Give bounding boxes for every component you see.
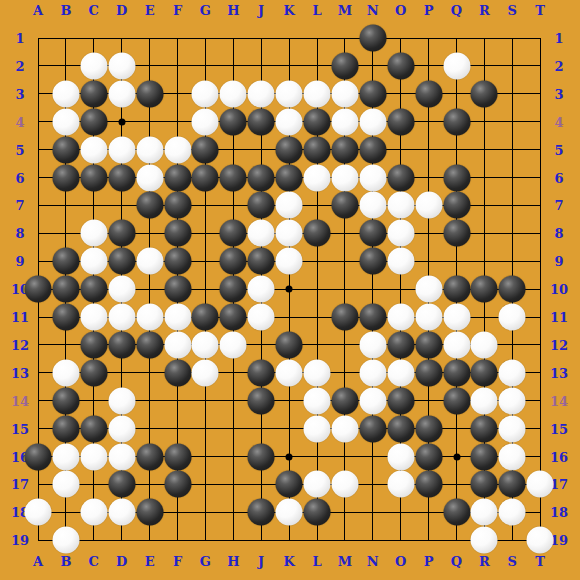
row-label-right: 2 [554,58,563,73]
row-label-right: 4 [554,114,563,129]
column-label-top: N [367,3,379,18]
stone-black[interactable] [192,164,219,191]
column-label-bottom: M [338,554,352,569]
stone-black[interactable] [471,80,498,107]
row-label-right: 8 [554,226,563,241]
stone-white[interactable] [387,471,414,498]
stone-black[interactable] [415,359,442,386]
column-label-bottom: P [424,554,434,569]
stone-black[interactable] [108,331,135,358]
stone-black[interactable] [387,108,414,135]
stone-black[interactable] [108,471,135,498]
row-label-left: 15 [11,421,29,436]
row-label-right: 10 [550,282,568,297]
stone-white[interactable] [499,443,526,470]
stone-white[interactable] [359,359,386,386]
row-label-right: 13 [550,365,568,380]
column-label-bottom: L [312,554,321,569]
stone-white[interactable] [499,304,526,331]
column-label-bottom: R [479,554,490,569]
column-label-bottom: B [60,554,71,569]
row-label-left: 2 [15,58,24,73]
stone-black[interactable] [443,220,470,247]
stone-black[interactable] [164,443,191,470]
stone-white[interactable] [80,248,107,275]
stone-black[interactable] [220,220,247,247]
stone-white[interactable] [499,499,526,526]
row-label-right: 1 [554,31,563,46]
stone-black[interactable] [276,164,303,191]
stone-white[interactable] [415,276,442,303]
stone-black[interactable] [220,276,247,303]
stone-white[interactable] [304,471,331,498]
stone-black[interactable] [136,80,163,107]
stone-white[interactable] [80,443,107,470]
stone-white[interactable] [331,108,358,135]
stone-white[interactable] [276,108,303,135]
stone-black[interactable] [359,136,386,163]
stone-black[interactable] [248,359,275,386]
stone-black[interactable] [52,136,79,163]
row-label-left: 3 [15,86,24,101]
stone-black[interactable] [164,164,191,191]
column-label-top: J [258,3,264,18]
stone-white[interactable] [471,499,498,526]
stone-black[interactable] [52,164,79,191]
stone-black[interactable] [471,471,498,498]
stone-white[interactable] [331,415,358,442]
stone-white[interactable] [248,80,275,107]
stone-black[interactable] [276,471,303,498]
stone-white[interactable] [471,527,498,554]
stone-black[interactable] [220,108,247,135]
stone-black[interactable] [359,415,386,442]
column-label-top: L [312,3,321,18]
stone-white[interactable] [499,415,526,442]
stone-white[interactable] [359,387,386,414]
stone-white[interactable] [276,248,303,275]
stone-black[interactable] [192,304,219,331]
stone-white[interactable] [276,192,303,219]
column-label-bottom: N [367,554,379,569]
stone-white[interactable] [80,136,107,163]
stone-black[interactable] [164,248,191,275]
stone-white[interactable] [331,164,358,191]
stone-white[interactable] [415,192,442,219]
stone-white[interactable] [304,164,331,191]
stone-white[interactable] [25,499,52,526]
stone-white[interactable] [108,80,135,107]
row-label-left: 14 [11,393,29,408]
stone-black[interactable] [471,443,498,470]
stone-black[interactable] [136,192,163,219]
stone-black[interactable] [499,276,526,303]
stone-white[interactable] [471,331,498,358]
column-label-top: O [395,3,406,18]
stone-black[interactable] [220,304,247,331]
stone-black[interactable] [304,136,331,163]
stone-black[interactable] [52,387,79,414]
stone-black[interactable] [220,164,247,191]
stone-white[interactable] [359,108,386,135]
stone-black[interactable] [248,164,275,191]
row-label-right: 14 [550,393,568,408]
row-label-left: 19 [11,533,29,548]
stone-black[interactable] [415,80,442,107]
stone-black[interactable] [136,331,163,358]
stone-black[interactable] [331,304,358,331]
column-label-top: A [33,3,43,18]
stone-black[interactable] [443,499,470,526]
stone-white[interactable] [387,220,414,247]
stone-black[interactable] [80,108,107,135]
stone-white[interactable] [220,331,247,358]
stone-white[interactable] [304,387,331,414]
column-label-top: M [338,3,352,18]
row-label-left: 6 [15,170,24,185]
star-point [118,118,125,125]
stone-black[interactable] [359,220,386,247]
stone-white[interactable] [443,304,470,331]
stone-white[interactable] [80,304,107,331]
stone-black[interactable] [248,499,275,526]
stone-white[interactable] [387,443,414,470]
stone-white[interactable] [164,331,191,358]
stone-black[interactable] [248,248,275,275]
stone-black[interactable] [331,387,358,414]
column-label-bottom: Q [451,554,462,569]
stone-white[interactable] [136,164,163,191]
row-label-left: 12 [11,337,29,352]
stone-black[interactable] [52,276,79,303]
stone-white[interactable] [52,527,79,554]
stone-white[interactable] [108,304,135,331]
column-label-bottom: H [227,554,239,569]
stone-white[interactable] [80,52,107,79]
stone-black[interactable] [387,331,414,358]
column-label-top: S [508,3,517,18]
column-label-top: T [535,3,545,18]
stone-black[interactable] [331,192,358,219]
row-label-left: 17 [11,477,29,492]
stone-white[interactable] [108,443,135,470]
stone-black[interactable] [52,248,79,275]
stone-white[interactable] [443,331,470,358]
stone-black[interactable] [415,471,442,498]
stone-black[interactable] [471,276,498,303]
stone-white[interactable] [499,387,526,414]
column-label-bottom: J [258,554,264,569]
stone-white[interactable] [108,415,135,442]
stone-black[interactable] [359,25,386,52]
column-label-top: R [479,3,490,18]
stone-black[interactable] [443,192,470,219]
stone-white[interactable] [359,331,386,358]
stone-black[interactable] [80,80,107,107]
stone-black[interactable] [52,415,79,442]
stone-black[interactable] [331,136,358,163]
stone-white[interactable] [164,136,191,163]
stone-black[interactable] [164,471,191,498]
row-label-right: 12 [550,337,568,352]
stone-black[interactable] [415,331,442,358]
stone-white[interactable] [164,304,191,331]
stone-black[interactable] [52,304,79,331]
stone-black[interactable] [387,164,414,191]
stone-black[interactable] [108,164,135,191]
stone-black[interactable] [80,276,107,303]
stone-black[interactable] [359,304,386,331]
row-label-right: 18 [550,505,568,520]
row-label-right: 7 [554,198,563,213]
row-label-right: 3 [554,86,563,101]
column-label-top: F [173,3,182,18]
stone-white[interactable] [52,471,79,498]
stone-black[interactable] [415,415,442,442]
stone-white[interactable] [108,499,135,526]
stone-white[interactable] [220,80,247,107]
stone-white[interactable] [80,499,107,526]
column-label-bottom: G [200,554,211,569]
column-label-bottom: E [145,554,155,569]
stone-black[interactable] [25,443,52,470]
column-label-bottom: C [89,554,99,569]
stone-white[interactable] [192,108,219,135]
stone-black[interactable] [443,108,470,135]
row-label-right: 16 [550,449,568,464]
column-label-bottom: O [395,554,406,569]
stone-white[interactable] [387,248,414,275]
stone-white[interactable] [80,220,107,247]
go-board: AABBCCDDEEFFGGHHJJKKLLMMNNOOPPQQRRSSTT11… [0,0,580,580]
stone-white[interactable] [276,499,303,526]
stone-white[interactable] [276,80,303,107]
stone-black[interactable] [248,192,275,219]
star-point [286,453,293,460]
stone-white[interactable] [527,471,554,498]
row-label-right: 15 [550,421,568,436]
stone-white[interactable] [136,136,163,163]
column-label-bottom: D [116,554,127,569]
row-label-left: 8 [15,226,24,241]
stone-white[interactable] [108,276,135,303]
stone-black[interactable] [136,499,163,526]
stone-white[interactable] [108,387,135,414]
stone-black[interactable] [499,471,526,498]
row-label-left: 13 [11,365,29,380]
stone-black[interactable] [220,248,247,275]
stone-white[interactable] [136,248,163,275]
stone-white[interactable] [387,359,414,386]
stone-white[interactable] [108,136,135,163]
stone-black[interactable] [164,192,191,219]
stone-black[interactable] [304,220,331,247]
stone-white[interactable] [443,52,470,79]
row-label-left: 11 [11,310,29,325]
column-label-bottom: S [508,554,517,569]
stone-white[interactable] [192,80,219,107]
stone-black[interactable] [108,220,135,247]
row-label-right: 5 [554,142,563,157]
stone-black[interactable] [443,387,470,414]
stone-black[interactable] [387,415,414,442]
column-label-top: G [200,3,211,18]
column-label-top: D [116,3,127,18]
stone-black[interactable] [25,276,52,303]
column-label-bottom: A [33,554,43,569]
stone-white[interactable] [387,304,414,331]
stone-black[interactable] [192,136,219,163]
stone-white[interactable] [331,80,358,107]
stone-white[interactable] [359,192,386,219]
stone-white[interactable] [359,164,386,191]
stone-white[interactable] [248,304,275,331]
grid-line-vertical [540,38,541,541]
stone-black[interactable] [415,443,442,470]
stone-black[interactable] [276,331,303,358]
stone-white[interactable] [108,52,135,79]
column-label-bottom: T [535,554,545,569]
stone-black[interactable] [471,415,498,442]
row-label-left: 4 [15,114,24,129]
stone-black[interactable] [80,359,107,386]
star-point [286,286,293,293]
column-label-top: H [227,3,239,18]
stone-black[interactable] [443,276,470,303]
stone-black[interactable] [359,248,386,275]
stone-black[interactable] [304,499,331,526]
stone-white[interactable] [276,220,303,247]
stone-white[interactable] [248,276,275,303]
stone-white[interactable] [276,359,303,386]
row-label-right: 11 [550,310,568,325]
stone-black[interactable] [276,136,303,163]
stone-black[interactable] [164,276,191,303]
stone-black[interactable] [387,387,414,414]
column-label-bottom: K [283,554,294,569]
stone-white[interactable] [415,304,442,331]
stone-black[interactable] [164,359,191,386]
stone-white[interactable] [52,359,79,386]
column-label-bottom: F [173,554,182,569]
stone-white[interactable] [387,192,414,219]
stone-white[interactable] [192,359,219,386]
stone-black[interactable] [80,331,107,358]
stone-white[interactable] [499,359,526,386]
stone-black[interactable] [471,359,498,386]
stone-black[interactable] [136,443,163,470]
column-label-top: P [424,3,434,18]
stone-white[interactable] [304,415,331,442]
stone-black[interactable] [80,415,107,442]
stone-black[interactable] [248,387,275,414]
stone-black[interactable] [387,52,414,79]
stone-white[interactable] [527,527,554,554]
stone-black[interactable] [248,443,275,470]
row-label-left: 9 [15,254,24,269]
stone-white[interactable] [136,304,163,331]
column-label-top: E [145,3,155,18]
stone-black[interactable] [164,220,191,247]
stone-white[interactable] [304,359,331,386]
stone-white[interactable] [331,471,358,498]
stone-black[interactable] [331,52,358,79]
column-label-top: K [283,3,294,18]
stone-black[interactable] [443,359,470,386]
stone-black[interactable] [304,108,331,135]
stone-black[interactable] [248,108,275,135]
stone-white[interactable] [304,80,331,107]
row-label-right: 9 [554,254,563,269]
column-label-top: B [60,3,71,18]
stone-white[interactable] [192,331,219,358]
row-label-left: 7 [15,198,24,213]
stone-white[interactable] [471,387,498,414]
row-label-left: 5 [15,142,24,157]
stone-white[interactable] [52,80,79,107]
stone-white[interactable] [52,443,79,470]
column-label-top: Q [451,3,462,18]
stone-black[interactable] [108,248,135,275]
column-label-top: C [89,3,99,18]
stone-white[interactable] [248,220,275,247]
row-label-left: 1 [15,31,24,46]
row-label-right: 6 [554,170,563,185]
stone-black[interactable] [80,164,107,191]
stone-black[interactable] [443,164,470,191]
stone-black[interactable] [359,80,386,107]
stone-white[interactable] [52,108,79,135]
star-point [453,453,460,460]
grid-line-horizontal [38,540,541,541]
